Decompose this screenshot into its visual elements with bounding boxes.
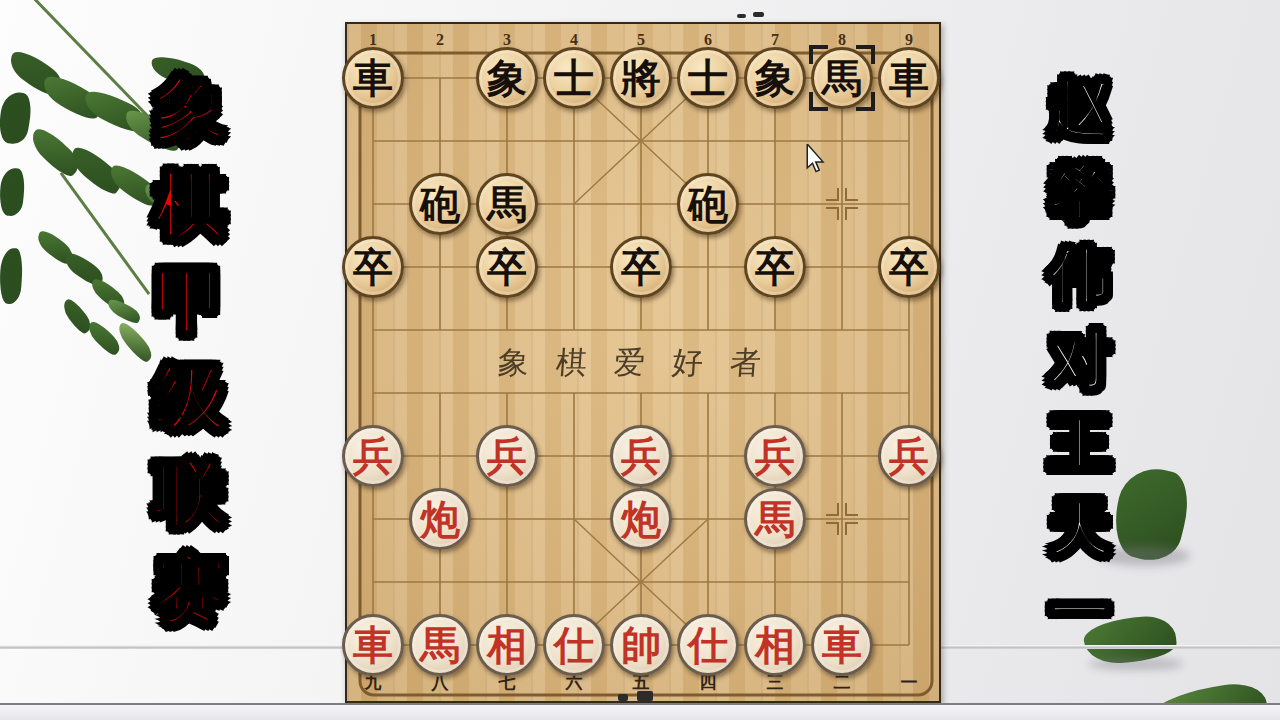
rank-label: 一 xyxy=(896,671,922,694)
players-title-banner: 赵攀伟对王天一 xyxy=(1038,78,1122,666)
file-label: 2 xyxy=(429,31,451,49)
piece-black-elephant[interactable]: 象 xyxy=(476,47,538,109)
piece-black-advisor[interactable]: 士 xyxy=(677,47,739,109)
banner-char: 棋 xyxy=(155,170,225,266)
piece-red-chariot[interactable]: 車 xyxy=(342,614,404,676)
banner-char: 赛 xyxy=(155,554,225,650)
banner-char: 攀 xyxy=(1050,162,1110,246)
banner-char: 联 xyxy=(155,458,225,554)
river-watermark: 象棋爱好者 xyxy=(346,342,941,384)
banner-char: 赵 xyxy=(1050,78,1110,162)
piece-black-soldier[interactable]: 卒 xyxy=(610,236,672,298)
piece-black-elephant[interactable]: 象 xyxy=(744,47,806,109)
piece-red-elephant[interactable]: 相 xyxy=(744,614,806,676)
piece-black-soldier[interactable]: 卒 xyxy=(744,236,806,298)
piece-red-soldier[interactable]: 兵 xyxy=(342,425,404,487)
piece-red-advisor[interactable]: 仕 xyxy=(543,614,605,676)
video-frame: { "game": "xiangqi", "event_banner": "象棋… xyxy=(0,0,1280,720)
cropped-text-top xyxy=(737,14,746,18)
piece-red-horse[interactable]: 馬 xyxy=(744,488,806,550)
leaf xyxy=(0,90,34,146)
banner-char: 级 xyxy=(155,362,225,458)
piece-red-cannon[interactable]: 炮 xyxy=(409,488,471,550)
piece-red-advisor[interactable]: 仕 xyxy=(677,614,739,676)
cropped-text-bottom xyxy=(618,694,628,701)
mouse-cursor xyxy=(806,144,826,174)
banner-char: 象 xyxy=(155,74,225,170)
piece-red-cannon[interactable]: 炮 xyxy=(610,488,672,550)
banner-char: 对 xyxy=(1050,330,1110,414)
banner-char: 王 xyxy=(1050,414,1110,498)
piece-red-horse[interactable]: 馬 xyxy=(409,614,471,676)
piece-black-soldier[interactable]: 卒 xyxy=(342,236,404,298)
piece-red-soldier[interactable]: 兵 xyxy=(476,425,538,487)
piece-black-soldier[interactable]: 卒 xyxy=(878,236,940,298)
banner-char: 一 xyxy=(1050,582,1110,666)
cropped-text-top xyxy=(753,12,764,17)
leaf xyxy=(0,167,26,217)
piece-red-soldier[interactable]: 兵 xyxy=(744,425,806,487)
event-title-banner: 象棋甲级联赛 xyxy=(142,74,238,650)
piece-black-cannon[interactable]: 砲 xyxy=(677,173,739,235)
piece-black-cannon[interactable]: 砲 xyxy=(409,173,471,235)
piece-black-chariot[interactable]: 車 xyxy=(342,47,404,109)
banner-char: 伟 xyxy=(1050,246,1110,330)
piece-red-soldier[interactable]: 兵 xyxy=(610,425,672,487)
piece-red-elephant[interactable]: 相 xyxy=(476,614,538,676)
piece-red-chariot[interactable]: 車 xyxy=(811,614,873,676)
leaf xyxy=(84,318,123,358)
piece-black-chariot[interactable]: 車 xyxy=(878,47,940,109)
bottom-strip xyxy=(0,703,1280,720)
piece-black-general[interactable]: 將 xyxy=(610,47,672,109)
banner-char: 天 xyxy=(1050,498,1110,582)
banner-char: 甲 xyxy=(155,266,225,362)
last-move-bracket xyxy=(809,45,875,111)
piece-red-soldier[interactable]: 兵 xyxy=(878,425,940,487)
piece-black-horse[interactable]: 馬 xyxy=(476,173,538,235)
piece-black-soldier[interactable]: 卒 xyxy=(476,236,538,298)
xiangqi-board[interactable]: 123456789 九八七六五四三二一 象棋爱好者 車象士將士象馬車砲馬砲卒卒卒… xyxy=(345,22,941,703)
piece-black-advisor[interactable]: 士 xyxy=(543,47,605,109)
leaf xyxy=(0,247,24,304)
cropped-text-bottom xyxy=(637,691,653,701)
piece-red-general[interactable]: 帥 xyxy=(610,614,672,676)
